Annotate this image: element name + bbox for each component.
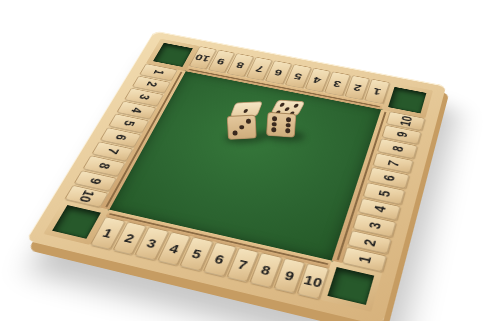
- die-pip: [246, 119, 251, 124]
- die-2-front-face: [266, 112, 297, 138]
- die-pip: [233, 130, 238, 135]
- die-pip: [286, 117, 291, 122]
- die-pip: [285, 128, 290, 133]
- die-2[interactable]: [266, 99, 305, 141]
- die-pip: [239, 125, 244, 130]
- die-pip: [286, 123, 291, 128]
- die-1-front-face: [227, 114, 257, 139]
- die-pip: [271, 127, 276, 132]
- die-1[interactable]: [226, 101, 264, 143]
- die-pip: [272, 122, 277, 127]
- product-photo-shut-the-box: 10987654321 12345678910 12345678910 1098…: [0, 0, 500, 321]
- die-pip: [272, 117, 277, 122]
- dice-area: [0, 0, 500, 321]
